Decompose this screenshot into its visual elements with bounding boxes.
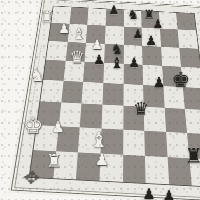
board-square (123, 45, 142, 65)
chessboard-photo: ✥ ♜♟♝♟♛♞♚♟♝♟♜♟♞♜♟♟♟♞♟♝♟♟♚♛♜♟♟ (0, 0, 200, 200)
board-square (105, 26, 124, 45)
board-square (141, 11, 160, 29)
board-square (123, 155, 146, 184)
board-square (102, 83, 123, 106)
board-square (178, 30, 198, 49)
board-square (144, 107, 166, 132)
board-square (142, 46, 162, 66)
board-square (162, 66, 183, 87)
board-square (106, 9, 124, 27)
board-square (101, 105, 123, 130)
board-square (69, 7, 88, 25)
board-square (65, 42, 86, 62)
board-square (87, 8, 106, 26)
board-square (104, 44, 123, 64)
board-square (86, 25, 105, 44)
board-square (100, 128, 122, 154)
board-square (180, 48, 200, 68)
board-square (51, 6, 71, 24)
board-square (142, 28, 161, 47)
board-square (82, 82, 104, 105)
board-square (160, 29, 180, 48)
board-square (123, 106, 144, 131)
board-square (190, 158, 200, 187)
board-square (176, 13, 196, 31)
board-square (85, 43, 105, 63)
board-square (53, 151, 78, 179)
board-square (159, 12, 178, 30)
board-square (123, 84, 144, 107)
board-square (164, 108, 187, 133)
board-square (185, 109, 200, 134)
board-square (49, 23, 70, 42)
board-square (46, 41, 67, 61)
board-square (56, 126, 80, 152)
board-square (187, 133, 200, 160)
board-corner-ornament: ✥ (17, 166, 46, 190)
board-square (183, 87, 200, 110)
board-square (78, 127, 101, 153)
board-square (80, 104, 102, 129)
board-square (166, 132, 190, 159)
board-square (123, 129, 145, 155)
board-square (76, 152, 100, 180)
board-square (99, 153, 122, 181)
board-square (143, 85, 164, 108)
board-square (37, 101, 61, 125)
board-square (167, 157, 192, 186)
board-square (124, 10, 142, 28)
board-square (63, 61, 84, 82)
board-square (43, 60, 65, 81)
chessboard: ✥ (14, 0, 200, 199)
board-square (123, 64, 143, 85)
board-square (58, 103, 81, 127)
board-square (67, 24, 87, 43)
board-square (34, 125, 59, 151)
board-square (103, 63, 123, 84)
board-square (181, 67, 200, 89)
board-square (83, 62, 104, 83)
board-square (143, 65, 164, 86)
board-square (123, 27, 142, 46)
board-square (161, 47, 181, 67)
board-square (40, 80, 63, 103)
board-square (145, 156, 169, 185)
board-square (61, 81, 83, 104)
board-grid (30, 6, 200, 186)
board-square (144, 130, 167, 156)
board-square (163, 86, 185, 109)
